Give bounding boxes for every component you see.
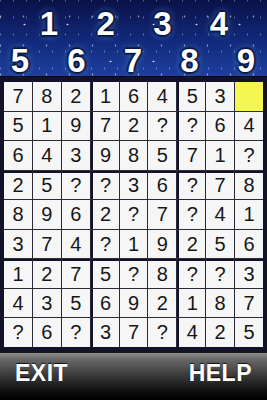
cell-r3c9[interactable]: ? — [235, 141, 263, 170]
cell-r7c5[interactable]: ? — [120, 259, 148, 288]
cell-r7c3[interactable]: 7 — [62, 259, 90, 288]
cell-r9c5[interactable]: 7 — [120, 318, 148, 347]
number-button-4[interactable]: 4 — [209, 7, 229, 40]
cell-r1c1[interactable]: 7 — [4, 82, 32, 111]
help-button[interactable]: HELP — [189, 360, 252, 387]
cell-r7c2[interactable]: 2 — [33, 259, 61, 288]
cell-r1c2[interactable]: 8 — [33, 82, 61, 111]
exit-button[interactable]: EXIT — [15, 360, 68, 387]
cell-r7c6[interactable]: 8 — [148, 259, 176, 288]
cell-r8c1[interactable]: 4 — [4, 289, 32, 318]
cell-r3c2[interactable]: 4 — [33, 141, 61, 170]
number-button-5[interactable]: 5 — [10, 44, 30, 77]
cell-r5c4[interactable]: 2 — [91, 200, 119, 229]
cell-r9c1[interactable]: ? — [4, 318, 32, 347]
cell-r6c6[interactable]: 9 — [148, 230, 176, 259]
cell-r5c9[interactable]: 1 — [235, 200, 263, 229]
cell-r4c9[interactable]: 8 — [235, 171, 263, 200]
cell-r6c8[interactable]: 5 — [206, 230, 234, 259]
cell-r4c4[interactable]: ? — [91, 171, 119, 200]
cell-r5c1[interactable]: 8 — [4, 200, 32, 229]
sudoku-board: 7821645351972??6464398571?25??36?788962?… — [0, 77, 267, 351]
cell-r8c3[interactable]: 5 — [62, 289, 90, 318]
cell-r9c7[interactable]: 4 — [177, 318, 205, 347]
cell-r2c4[interactable]: 7 — [91, 112, 119, 141]
cell-r2c2[interactable]: 1 — [33, 112, 61, 141]
cell-r8c8[interactable]: 8 — [206, 289, 234, 318]
cell-r6c1[interactable]: 3 — [4, 230, 32, 259]
number-picker-row-1: 1234 — [0, 0, 267, 40]
cell-r8c7[interactable]: 1 — [177, 289, 205, 318]
cell-r5c6[interactable]: 7 — [148, 200, 176, 229]
cell-r9c4[interactable]: 3 — [91, 318, 119, 347]
number-button-3[interactable]: 3 — [152, 7, 172, 40]
cell-r3c5[interactable]: 8 — [120, 141, 148, 170]
number-picker-row-2: 56789 — [0, 40, 267, 77]
cell-r9c2[interactable]: 6 — [33, 318, 61, 347]
sudoku-app-screen: 1234 56789 7821645351972??6464398571?25?… — [0, 0, 267, 400]
cell-r4c5[interactable]: 3 — [120, 171, 148, 200]
cell-r4c2[interactable]: 5 — [33, 171, 61, 200]
cell-r1c7[interactable]: 5 — [177, 82, 205, 111]
cell-r2c8[interactable]: 6 — [206, 112, 234, 141]
cell-r4c3[interactable]: ? — [62, 171, 90, 200]
number-button-1[interactable]: 1 — [39, 7, 59, 40]
number-button-6[interactable]: 6 — [67, 44, 87, 77]
cell-r7c4[interactable]: 5 — [91, 259, 119, 288]
cell-r6c2[interactable]: 7 — [33, 230, 61, 259]
cell-r1c8[interactable]: 3 — [206, 82, 234, 111]
cell-r7c8[interactable]: ? — [206, 259, 234, 288]
cell-r5c5[interactable]: ? — [120, 200, 148, 229]
cell-r9c3[interactable]: ? — [62, 318, 90, 347]
cell-r6c5[interactable]: 1 — [120, 230, 148, 259]
cell-r9c6[interactable]: ? — [148, 318, 176, 347]
cell-r7c7[interactable]: ? — [177, 259, 205, 288]
cell-r6c7[interactable]: 2 — [177, 230, 205, 259]
cell-r4c6[interactable]: 6 — [148, 171, 176, 200]
number-picker-header: 1234 56789 — [0, 0, 267, 77]
cell-r8c5[interactable]: 9 — [120, 289, 148, 318]
cell-r3c7[interactable]: 7 — [177, 141, 205, 170]
cell-r8c2[interactable]: 3 — [33, 289, 61, 318]
cell-r2c1[interactable]: 5 — [4, 112, 32, 141]
number-button-2[interactable]: 2 — [96, 7, 116, 40]
cell-r3c8[interactable]: 1 — [206, 141, 234, 170]
cell-r1c6[interactable]: 4 — [148, 82, 176, 111]
bottom-toolbar: EXIT HELP — [0, 351, 267, 400]
cell-r9c8[interactable]: 2 — [206, 318, 234, 347]
cell-r4c8[interactable]: 7 — [206, 171, 234, 200]
cell-r2c9[interactable]: 4 — [235, 112, 263, 141]
cell-r7c9[interactable]: 3 — [235, 259, 263, 288]
number-button-8[interactable]: 8 — [180, 44, 200, 77]
cell-r5c7[interactable]: ? — [177, 200, 205, 229]
cell-r2c6[interactable]: ? — [148, 112, 176, 141]
cell-r8c9[interactable]: 7 — [235, 289, 263, 318]
cell-r4c7[interactable]: ? — [177, 171, 205, 200]
cell-r3c4[interactable]: 9 — [91, 141, 119, 170]
cell-r3c1[interactable]: 6 — [4, 141, 32, 170]
cell-r1c9[interactable] — [235, 82, 263, 111]
cell-r5c2[interactable]: 9 — [33, 200, 61, 229]
cell-r3c3[interactable]: 3 — [62, 141, 90, 170]
cell-r8c4[interactable]: 6 — [91, 289, 119, 318]
cell-r2c3[interactable]: 9 — [62, 112, 90, 141]
cell-r5c3[interactable]: 6 — [62, 200, 90, 229]
cell-r9c9[interactable]: 5 — [235, 318, 263, 347]
cell-r6c4[interactable]: ? — [91, 230, 119, 259]
cell-r7c1[interactable]: 1 — [4, 259, 32, 288]
number-button-9[interactable]: 9 — [236, 44, 256, 77]
cell-r6c9[interactable]: 6 — [235, 230, 263, 259]
number-button-7[interactable]: 7 — [123, 44, 143, 77]
cell-r1c3[interactable]: 2 — [62, 82, 90, 111]
cell-r2c7[interactable]: ? — [177, 112, 205, 141]
cell-r5c8[interactable]: 4 — [206, 200, 234, 229]
cell-r2c5[interactable]: 2 — [120, 112, 148, 141]
cell-r1c4[interactable]: 1 — [91, 82, 119, 111]
cell-r8c6[interactable]: 2 — [148, 289, 176, 318]
cell-r1c5[interactable]: 6 — [120, 82, 148, 111]
cell-r3c6[interactable]: 5 — [148, 141, 176, 170]
cell-r6c3[interactable]: 4 — [62, 230, 90, 259]
cell-r4c1[interactable]: 2 — [4, 171, 32, 200]
